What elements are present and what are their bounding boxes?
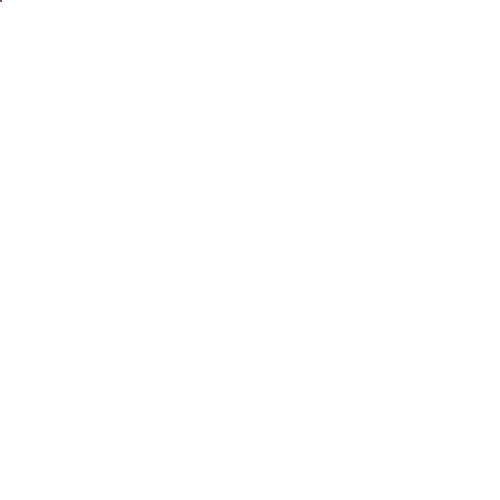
product-image-canvas — [0, 0, 500, 500]
mold-top-surface — [0, 0, 2, 2]
muffin-mold-photo — [0, 0, 500, 500]
